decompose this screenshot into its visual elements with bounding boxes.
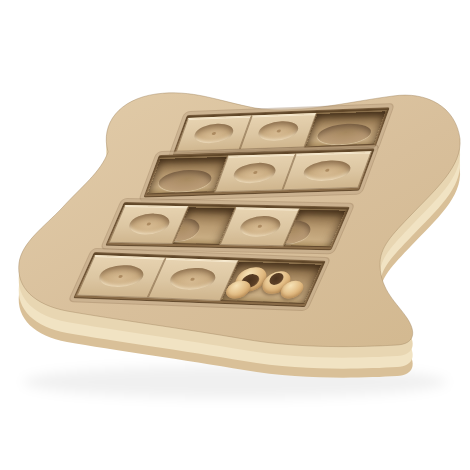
- open-compartment: [305, 110, 387, 147]
- product-photo-stage: [0, 0, 470, 470]
- slider-tile[interactable]: [282, 151, 372, 190]
- puzzle-track-row-4: [73, 252, 326, 307]
- treat-kibble[interactable]: [222, 280, 253, 299]
- floor-cup: [314, 123, 374, 145]
- puzzle-track-row-2: [143, 148, 375, 197]
- puzzle-track-row-3: [105, 202, 350, 250]
- treat-filling: [267, 273, 285, 285]
- floor-cup: [156, 169, 215, 192]
- open-compartment: [220, 261, 322, 305]
